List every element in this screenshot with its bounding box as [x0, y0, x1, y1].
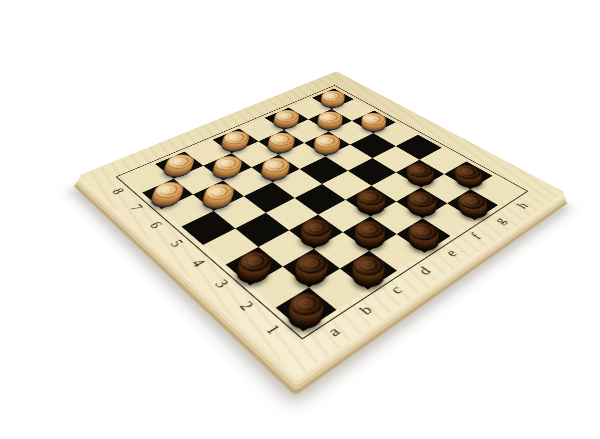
- checkers-board: 87654321 abcdefgh: [79, 71, 565, 377]
- board-squares: [124, 88, 520, 331]
- board-tilt-wrap: 87654321 abcdefgh: [0, 0, 600, 439]
- board-perspective-wrap: 87654321 abcdefgh: [144, 6, 500, 362]
- photo-canvas: 87654321 abcdefgh: [0, 0, 600, 439]
